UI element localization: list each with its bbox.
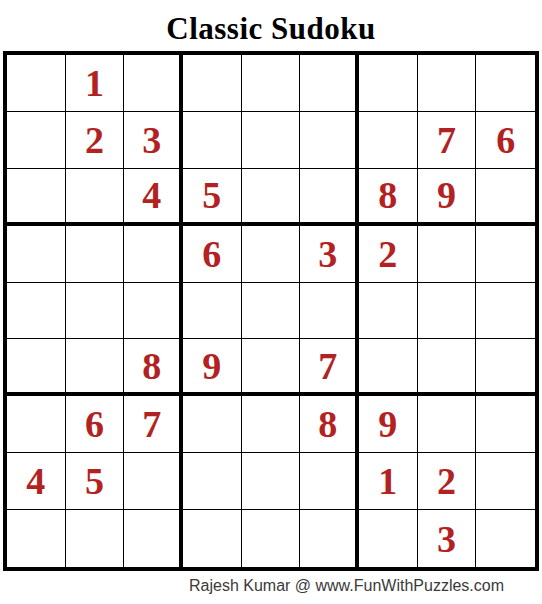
sudoku-cell-r8c1[interactable]: 4	[7, 453, 66, 510]
sudoku-cell-r9c3[interactable]	[124, 510, 183, 567]
sudoku-cell-r2c9[interactable]: 6	[476, 112, 535, 169]
sudoku-cell-r7c7[interactable]: 9	[359, 396, 418, 453]
sudoku-cell-r1c5[interactable]	[242, 55, 301, 112]
sudoku-cell-r6c3[interactable]: 8	[124, 339, 183, 396]
sudoku-cell-r9c9[interactable]	[476, 510, 535, 567]
sudoku-cell-r6c9[interactable]	[476, 339, 535, 396]
sudoku-cell-r5c9[interactable]	[476, 283, 535, 340]
sudoku-cell-r3c6[interactable]	[300, 169, 359, 226]
sudoku-cell-r3c8[interactable]: 9	[418, 169, 477, 226]
sudoku-cell-r9c8[interactable]: 3	[418, 510, 477, 567]
sudoku-cell-r4c2[interactable]	[66, 226, 125, 283]
sudoku-cell-r5c8[interactable]	[418, 283, 477, 340]
sudoku-cell-r1c9[interactable]	[476, 55, 535, 112]
sudoku-cell-r2c3[interactable]: 3	[124, 112, 183, 169]
sudoku-cell-r3c3[interactable]: 4	[124, 169, 183, 226]
sudoku-cell-r6c4[interactable]: 9	[183, 339, 242, 396]
sudoku-cell-r1c6[interactable]	[300, 55, 359, 112]
sudoku-cell-r2c8[interactable]: 7	[418, 112, 477, 169]
sudoku-cell-r9c7[interactable]	[359, 510, 418, 567]
sudoku-cell-r4c8[interactable]	[418, 226, 477, 283]
sudoku-cell-r3c1[interactable]	[7, 169, 66, 226]
sudoku-cell-r7c6[interactable]: 8	[300, 396, 359, 453]
sudoku-cell-r1c7[interactable]	[359, 55, 418, 112]
sudoku-cell-r7c2[interactable]: 6	[66, 396, 125, 453]
sudoku-cell-r9c5[interactable]	[242, 510, 301, 567]
sudoku-cell-r3c9[interactable]	[476, 169, 535, 226]
sudoku-grid: 123764589632897678945123	[3, 51, 539, 571]
sudoku-cell-r8c6[interactable]	[300, 453, 359, 510]
sudoku-cell-r5c4[interactable]	[183, 283, 242, 340]
sudoku-cell-r9c1[interactable]	[7, 510, 66, 567]
sudoku-cell-r5c3[interactable]	[124, 283, 183, 340]
sudoku-cell-r3c7[interactable]: 8	[359, 169, 418, 226]
sudoku-cell-r3c5[interactable]	[242, 169, 301, 226]
sudoku-cell-r1c3[interactable]	[124, 55, 183, 112]
sudoku-cell-r8c9[interactable]	[476, 453, 535, 510]
sudoku-cell-r7c1[interactable]	[7, 396, 66, 453]
sudoku-cell-r8c2[interactable]: 5	[66, 453, 125, 510]
sudoku-cell-r1c1[interactable]	[7, 55, 66, 112]
sudoku-cell-r6c2[interactable]	[66, 339, 125, 396]
sudoku-cell-r2c6[interactable]	[300, 112, 359, 169]
sudoku-cell-r5c7[interactable]	[359, 283, 418, 340]
sudoku-cell-r4c3[interactable]	[124, 226, 183, 283]
sudoku-cell-r3c2[interactable]	[66, 169, 125, 226]
sudoku-cell-r8c4[interactable]	[183, 453, 242, 510]
sudoku-cell-r7c8[interactable]	[418, 396, 477, 453]
sudoku-cell-r8c5[interactable]	[242, 453, 301, 510]
sudoku-cell-r8c3[interactable]	[124, 453, 183, 510]
sudoku-cell-r1c2[interactable]: 1	[66, 55, 125, 112]
sudoku-cell-r1c8[interactable]	[418, 55, 477, 112]
sudoku-cell-r2c1[interactable]	[7, 112, 66, 169]
sudoku-cell-r2c7[interactable]	[359, 112, 418, 169]
sudoku-cell-r9c2[interactable]	[66, 510, 125, 567]
sudoku-cell-r6c7[interactable]	[359, 339, 418, 396]
sudoku-cell-r5c2[interactable]	[66, 283, 125, 340]
sudoku-cell-r7c9[interactable]	[476, 396, 535, 453]
sudoku-cell-r5c6[interactable]	[300, 283, 359, 340]
sudoku-cell-r7c3[interactable]: 7	[124, 396, 183, 453]
sudoku-cell-r8c8[interactable]: 2	[418, 453, 477, 510]
sudoku-cell-r3c4[interactable]: 5	[183, 169, 242, 226]
page-title: Classic Sudoku	[0, 6, 542, 51]
sudoku-cell-r6c1[interactable]	[7, 339, 66, 396]
sudoku-cell-r1c4[interactable]	[183, 55, 242, 112]
sudoku-cell-r4c4[interactable]: 6	[183, 226, 242, 283]
sudoku-cell-r9c4[interactable]	[183, 510, 242, 567]
sudoku-cell-r7c4[interactable]	[183, 396, 242, 453]
sudoku-cell-r4c6[interactable]: 3	[300, 226, 359, 283]
sudoku-cell-r5c1[interactable]	[7, 283, 66, 340]
sudoku-cell-r5c5[interactable]	[242, 283, 301, 340]
sudoku-cell-r4c7[interactable]: 2	[359, 226, 418, 283]
sudoku-cell-r6c8[interactable]	[418, 339, 477, 396]
sudoku-cell-r2c4[interactable]	[183, 112, 242, 169]
sudoku-cell-r2c5[interactable]	[242, 112, 301, 169]
sudoku-cell-r4c1[interactable]	[7, 226, 66, 283]
sudoku-cell-r6c5[interactable]	[242, 339, 301, 396]
sudoku-cell-r8c7[interactable]: 1	[359, 453, 418, 510]
sudoku-cell-r2c2[interactable]: 2	[66, 112, 125, 169]
sudoku-cell-r4c9[interactable]	[476, 226, 535, 283]
credit-text: Rajesh Kumar @ www.FunWithPuzzles.com	[0, 577, 542, 595]
sudoku-cell-r7c5[interactable]	[242, 396, 301, 453]
sudoku-cell-r9c6[interactable]	[300, 510, 359, 567]
sudoku-cell-r6c6[interactable]: 7	[300, 339, 359, 396]
sudoku-cell-r4c5[interactable]	[242, 226, 301, 283]
